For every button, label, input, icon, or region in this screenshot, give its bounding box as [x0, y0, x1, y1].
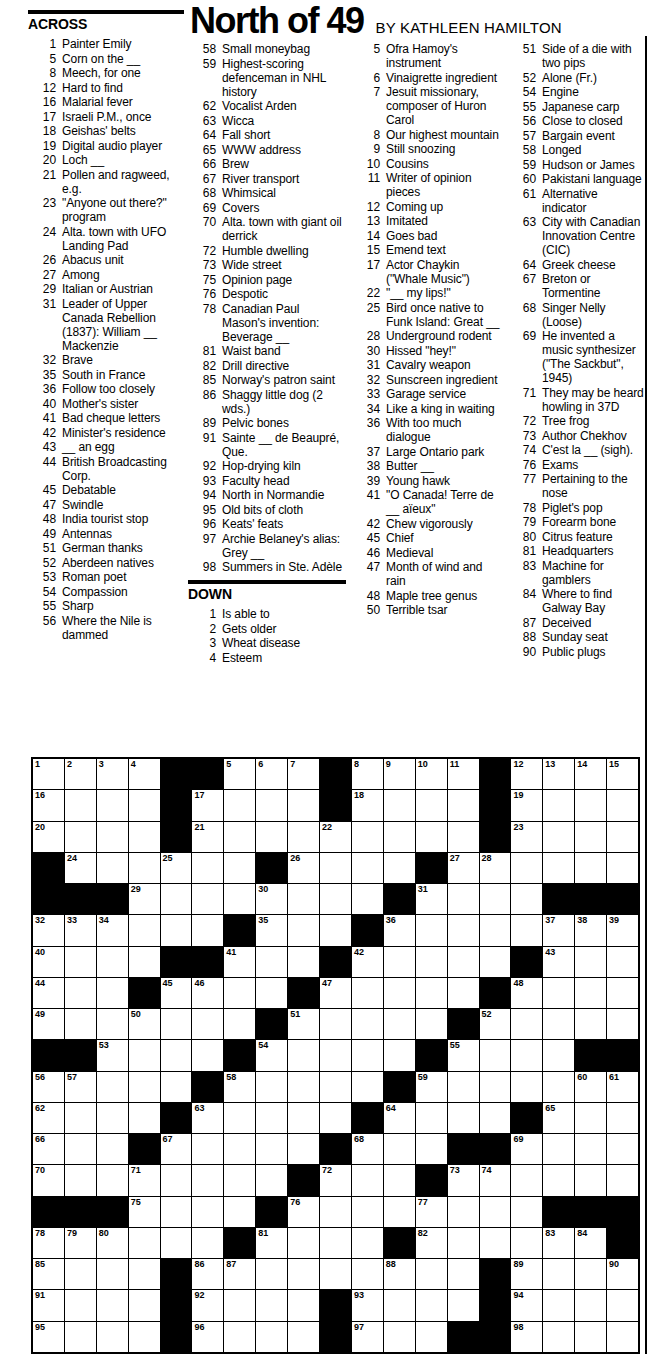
cell-r1c8[interactable]: 6: [256, 759, 287, 789]
cell-r4c10[interactable]: [320, 853, 351, 883]
cell-r16c9[interactable]: [288, 1228, 319, 1258]
cell-r6c13[interactable]: [416, 915, 447, 945]
cell-r1c1[interactable]: 1: [33, 759, 64, 789]
cell-r10c15[interactable]: [480, 1040, 511, 1070]
cell-r9c15[interactable]: 52: [480, 1009, 511, 1039]
cell-r9c13[interactable]: [416, 1009, 447, 1039]
cell-r6c18[interactable]: 38: [575, 915, 606, 945]
cell-r7c17[interactable]: 43: [543, 947, 574, 977]
cell-r7c7[interactable]: 41: [224, 947, 255, 977]
cell-r18c3[interactable]: [97, 1290, 128, 1320]
cell-r14c2[interactable]: [65, 1165, 96, 1195]
cell-r2c2[interactable]: [65, 790, 96, 820]
cell-r17c17[interactable]: [543, 1259, 574, 1289]
cell-r15c12[interactable]: [384, 1197, 415, 1227]
cell-r4c14[interactable]: 27: [448, 853, 479, 883]
cell-r4c17[interactable]: [543, 853, 574, 883]
cell-r5c9[interactable]: [288, 884, 319, 914]
cell-r12c13[interactable]: [416, 1103, 447, 1133]
cell-r3c1[interactable]: 20: [33, 822, 64, 852]
cell-r19c17[interactable]: [543, 1322, 574, 1352]
cell-r16c6[interactable]: [192, 1228, 223, 1258]
cell-r11c5[interactable]: [161, 1072, 192, 1102]
cell-r1c16[interactable]: 12: [511, 759, 542, 789]
cell-r8c8[interactable]: [256, 978, 287, 1008]
cell-r13c8[interactable]: [256, 1134, 287, 1164]
cell-r18c18[interactable]: [575, 1290, 606, 1320]
cell-r4c7[interactable]: [224, 853, 255, 883]
cell-r13c1[interactable]: 66: [33, 1134, 64, 1164]
cell-r18c2[interactable]: [65, 1290, 96, 1320]
cell-r11c7[interactable]: 58: [224, 1072, 255, 1102]
cell-r12c1[interactable]: 62: [33, 1103, 64, 1133]
cell-r19c18[interactable]: [575, 1322, 606, 1352]
cell-r12c8[interactable]: [256, 1103, 287, 1133]
cell-r2c6[interactable]: 17: [192, 790, 223, 820]
cell-r19c6[interactable]: 96: [192, 1322, 223, 1352]
cell-r7c8[interactable]: [256, 947, 287, 977]
cell-r18c11[interactable]: 93: [352, 1290, 383, 1320]
cell-r1c7[interactable]: 5: [224, 759, 255, 789]
cell-r3c10[interactable]: 22: [320, 822, 351, 852]
cell-r3c3[interactable]: [97, 822, 128, 852]
cell-r8c10[interactable]: 47: [320, 978, 351, 1008]
cell-r10c5[interactable]: [161, 1040, 192, 1070]
cell-r10c3[interactable]: 53: [97, 1040, 128, 1070]
cell-r9c12[interactable]: [384, 1009, 415, 1039]
cell-r6c17[interactable]: 37: [543, 915, 574, 945]
cell-r9c5[interactable]: [161, 1009, 192, 1039]
cell-r6c15[interactable]: [480, 915, 511, 945]
cell-r12c17[interactable]: 65: [543, 1103, 574, 1133]
cell-number: 48: [513, 978, 523, 989]
cell-r17c12[interactable]: 88: [384, 1259, 415, 1289]
cell-r9c9[interactable]: 51: [288, 1009, 319, 1039]
cell-r10c11[interactable]: [352, 1040, 383, 1070]
cell-r12c15[interactable]: [480, 1103, 511, 1133]
cell-r5c15[interactable]: [480, 884, 511, 914]
cell-r11c4[interactable]: [129, 1072, 160, 1102]
cell-r1c2[interactable]: 2: [65, 759, 96, 789]
cell-r14c19[interactable]: [607, 1165, 638, 1195]
cell-r1c19[interactable]: 15: [607, 759, 638, 789]
cell-r18c1[interactable]: 91: [33, 1290, 64, 1320]
cell-r13c6[interactable]: [192, 1134, 223, 1164]
cell-r2c4[interactable]: [129, 790, 160, 820]
cell-r3c13[interactable]: [416, 822, 447, 852]
cell-r18c8[interactable]: [256, 1290, 287, 1320]
cell-r10c4[interactable]: [129, 1040, 160, 1070]
cell-r15c11[interactable]: [352, 1197, 383, 1227]
cell-r4c3[interactable]: [97, 853, 128, 883]
cell-r17c10[interactable]: [320, 1259, 351, 1289]
cell-r16c5[interactable]: [161, 1228, 192, 1258]
cell-r4c16[interactable]: [511, 853, 542, 883]
clue-text: Emend text: [386, 243, 502, 257]
cell-r8c17[interactable]: [543, 978, 574, 1008]
cell-r9c1[interactable]: 49: [33, 1009, 64, 1039]
cell-r12c12[interactable]: 64: [384, 1103, 415, 1133]
cell-r16c17[interactable]: 83: [543, 1228, 574, 1258]
cell-r4c15[interactable]: 28: [480, 853, 511, 883]
cell-r14c3[interactable]: [97, 1165, 128, 1195]
cell-r4c6[interactable]: [192, 853, 223, 883]
cell-r17c11[interactable]: [352, 1259, 383, 1289]
cell-r15c4[interactable]: 75: [129, 1197, 160, 1227]
cell-r13c13[interactable]: [416, 1134, 447, 1164]
cell-r19c9[interactable]: [288, 1322, 319, 1352]
cell-r10c10[interactable]: [320, 1040, 351, 1070]
cell-r19c8[interactable]: [256, 1322, 287, 1352]
cell-r11c14[interactable]: [448, 1072, 479, 1102]
cell-r3c19[interactable]: [607, 822, 638, 852]
cell-r7c11[interactable]: 42: [352, 947, 383, 977]
cell-r18c9[interactable]: [288, 1290, 319, 1320]
cell-r4c19[interactable]: [607, 853, 638, 883]
cell-r14c5[interactable]: [161, 1165, 192, 1195]
cell-r16c1[interactable]: 78: [33, 1228, 64, 1258]
cell-r18c19[interactable]: [607, 1290, 638, 1320]
cell-r9c19[interactable]: [607, 1009, 638, 1039]
cell-r11c3[interactable]: [97, 1072, 128, 1102]
cell-r4c2[interactable]: 24: [65, 853, 96, 883]
cell-r11c19[interactable]: 61: [607, 1072, 638, 1102]
cell-r2c8[interactable]: [256, 790, 287, 820]
cell-r13c12[interactable]: [384, 1134, 415, 1164]
cell-r7c15[interactable]: [480, 947, 511, 977]
cell-r14c10[interactable]: 72: [320, 1165, 351, 1195]
cell-r6c6[interactable]: [192, 915, 223, 945]
cell-r9c4[interactable]: 50: [129, 1009, 160, 1039]
cell-r15c16[interactable]: [511, 1197, 542, 1227]
clue-text: Pakistani language: [542, 172, 644, 186]
cell-r9c16[interactable]: [511, 1009, 542, 1039]
cell-r12c19[interactable]: [607, 1103, 638, 1133]
cell-r19c1[interactable]: 95: [33, 1322, 64, 1352]
cell-r11c9[interactable]: [288, 1072, 319, 1102]
cell-r2c7[interactable]: [224, 790, 255, 820]
clue-across-29: 29Italian or Austrian: [28, 282, 184, 296]
cell-r11c18[interactable]: 60: [575, 1072, 606, 1102]
cell-r6c5[interactable]: [161, 915, 192, 945]
cell-r14c12[interactable]: [384, 1165, 415, 1195]
cell-r1c17[interactable]: 13: [543, 759, 574, 789]
cell-r14c7[interactable]: [224, 1165, 255, 1195]
cell-r8c18[interactable]: [575, 978, 606, 1008]
cell-r1c3[interactable]: 3: [97, 759, 128, 789]
cell-r6c12[interactable]: 36: [384, 915, 415, 945]
cell-r11c8[interactable]: [256, 1072, 287, 1102]
cell-r5c4[interactable]: 29: [129, 884, 160, 914]
cell-r8c1[interactable]: 44: [33, 978, 64, 1008]
cell-r5c6[interactable]: [192, 884, 223, 914]
cell-r7c9[interactable]: [288, 947, 319, 977]
cell-r11c1[interactable]: 56: [33, 1072, 64, 1102]
cell-r5c13[interactable]: 31: [416, 884, 447, 914]
cell-r19c11[interactable]: 97: [352, 1322, 383, 1352]
cell-r10c8[interactable]: 54: [256, 1040, 287, 1070]
cell-r3c14[interactable]: [448, 822, 479, 852]
cell-r18c6[interactable]: 92: [192, 1290, 223, 1320]
cell-r7c19[interactable]: [607, 947, 638, 977]
cell-r12c18[interactable]: [575, 1103, 606, 1133]
cell-r1c18[interactable]: 14: [575, 759, 606, 789]
cell-r16c16[interactable]: [511, 1228, 542, 1258]
cell-r17c13[interactable]: [416, 1259, 447, 1289]
cell-r1c13[interactable]: 10: [416, 759, 447, 789]
cell-r9c6[interactable]: [192, 1009, 223, 1039]
cell-r11c15[interactable]: [480, 1072, 511, 1102]
cell-r12c6[interactable]: 63: [192, 1103, 223, 1133]
cell-r6c8[interactable]: 35: [256, 915, 287, 945]
cell-r15c5[interactable]: [161, 1197, 192, 1227]
cell-r3c17[interactable]: [543, 822, 574, 852]
cell-r14c8[interactable]: [256, 1165, 287, 1195]
cell-r17c18[interactable]: [575, 1259, 606, 1289]
cell-r2c3[interactable]: [97, 790, 128, 820]
cell-r6c19[interactable]: 39: [607, 915, 638, 945]
cell-r16c13[interactable]: 82: [416, 1228, 447, 1258]
cell-r18c4[interactable]: [129, 1290, 160, 1320]
cell-r18c13[interactable]: [416, 1290, 447, 1320]
cell-r8c2[interactable]: [65, 978, 96, 1008]
cell-r14c16[interactable]: [511, 1165, 542, 1195]
cell-r2c13[interactable]: [416, 790, 447, 820]
cell-r7c12[interactable]: [384, 947, 415, 977]
cell-r1c9[interactable]: 7: [288, 759, 319, 789]
cell-r4c12[interactable]: [384, 853, 415, 883]
cell-r2c19[interactable]: [607, 790, 638, 820]
cell-r8c5[interactable]: 45: [161, 978, 192, 1008]
cell-r8c3[interactable]: [97, 978, 128, 1008]
cell-r14c14[interactable]: 73: [448, 1165, 479, 1195]
cell-r1c12[interactable]: 9: [384, 759, 415, 789]
cell-r5c11[interactable]: [352, 884, 383, 914]
cell-r8c13[interactable]: [416, 978, 447, 1008]
cell-r2c14[interactable]: [448, 790, 479, 820]
cell-r15c10[interactable]: [320, 1197, 351, 1227]
cell-r17c8[interactable]: [256, 1259, 287, 1289]
cell-r5c8[interactable]: 30: [256, 884, 287, 914]
cell-r17c2[interactable]: [65, 1259, 96, 1289]
cell-r13c9[interactable]: [288, 1134, 319, 1164]
cell-r2c18[interactable]: [575, 790, 606, 820]
cell-r8c12[interactable]: [384, 978, 415, 1008]
cell-r17c6[interactable]: 86: [192, 1259, 223, 1289]
cell-r18c16[interactable]: 94: [511, 1290, 542, 1320]
cell-r4c5[interactable]: 25: [161, 853, 192, 883]
cell-r3c8[interactable]: [256, 822, 287, 852]
cell-r16c8[interactable]: 81: [256, 1228, 287, 1258]
cell-r8c7[interactable]: [224, 978, 255, 1008]
cell-r9c10[interactable]: [320, 1009, 351, 1039]
cell-r9c7[interactable]: [224, 1009, 255, 1039]
cell-r18c14[interactable]: [448, 1290, 479, 1320]
cell-r5c14[interactable]: [448, 884, 479, 914]
cell-r6c2[interactable]: 33: [65, 915, 96, 945]
cell-r7c14[interactable]: [448, 947, 479, 977]
cell-r16c14[interactable]: [448, 1228, 479, 1258]
cell-r10c16[interactable]: [511, 1040, 542, 1070]
cell-r13c7[interactable]: [224, 1134, 255, 1164]
cell-r3c9[interactable]: [288, 822, 319, 852]
cell-r12c2[interactable]: [65, 1103, 96, 1133]
cell-r8c16[interactable]: 48: [511, 978, 542, 1008]
cell-r16c10[interactable]: [320, 1228, 351, 1258]
cell-r19c19[interactable]: [607, 1322, 638, 1352]
cell-r17c7[interactable]: 87: [224, 1259, 255, 1289]
cell-r10c6[interactable]: [192, 1040, 223, 1070]
cell-r19c13[interactable]: [416, 1322, 447, 1352]
cell-r7c4[interactable]: [129, 947, 160, 977]
clue-number: 85: [188, 373, 222, 387]
cell-r13c18[interactable]: [575, 1134, 606, 1164]
cell-r12c4[interactable]: [129, 1103, 160, 1133]
cell-r4c18[interactable]: [575, 853, 606, 883]
cell-r14c15[interactable]: 74: [480, 1165, 511, 1195]
cell-r11c13[interactable]: 59: [416, 1072, 447, 1102]
cell-r7c13[interactable]: [416, 947, 447, 977]
cell-r6c10[interactable]: [320, 915, 351, 945]
cell-r17c3[interactable]: [97, 1259, 128, 1289]
cell-r11c17[interactable]: [543, 1072, 574, 1102]
cell-r3c6[interactable]: 21: [192, 822, 223, 852]
cell-r16c18[interactable]: 84: [575, 1228, 606, 1258]
cell-r16c11[interactable]: [352, 1228, 383, 1258]
cell-r11c16[interactable]: [511, 1072, 542, 1102]
cell-r13c5[interactable]: 67: [161, 1134, 192, 1164]
cell-r17c9[interactable]: [288, 1259, 319, 1289]
cell-r6c9[interactable]: [288, 915, 319, 945]
cell-r14c11[interactable]: [352, 1165, 383, 1195]
cell-r1c11[interactable]: 8: [352, 759, 383, 789]
cell-r5c10[interactable]: [320, 884, 351, 914]
cell-r19c7[interactable]: [224, 1322, 255, 1352]
cell-r14c1[interactable]: 70: [33, 1165, 64, 1195]
cell-r19c2[interactable]: [65, 1322, 96, 1352]
cell-r10c12[interactable]: [384, 1040, 415, 1070]
cell-r14c4[interactable]: 71: [129, 1165, 160, 1195]
cell-r2c17[interactable]: [543, 790, 574, 820]
cell-r9c17[interactable]: [543, 1009, 574, 1039]
cell-r15c9[interactable]: 76: [288, 1197, 319, 1227]
cell-r17c14[interactable]: [448, 1259, 479, 1289]
cell-r3c18[interactable]: [575, 822, 606, 852]
cell-r3c12[interactable]: [384, 822, 415, 852]
cell-r6c4[interactable]: [129, 915, 160, 945]
cell-r7c18[interactable]: [575, 947, 606, 977]
cell-r19c4[interactable]: [129, 1322, 160, 1352]
cell-r15c6[interactable]: [192, 1197, 223, 1227]
cell-r8c14[interactable]: [448, 978, 479, 1008]
cell-r6c14[interactable]: [448, 915, 479, 945]
cell-r13c17[interactable]: [543, 1134, 574, 1164]
cell-r19c16[interactable]: 98: [511, 1322, 542, 1352]
cell-r2c9[interactable]: [288, 790, 319, 820]
cell-r16c3[interactable]: 80: [97, 1228, 128, 1258]
cell-r2c12[interactable]: [384, 790, 415, 820]
cell-r13c16[interactable]: 69: [511, 1134, 542, 1164]
cell-r8c19[interactable]: [607, 978, 638, 1008]
cell-r1c4[interactable]: 4: [129, 759, 160, 789]
cell-r12c7[interactable]: [224, 1103, 255, 1133]
cell-r15c7[interactable]: [224, 1197, 255, 1227]
cell-r9c3[interactable]: [97, 1009, 128, 1039]
cell-r9c11[interactable]: [352, 1009, 383, 1039]
cell-r4c11[interactable]: [352, 853, 383, 883]
cell-r17c16[interactable]: 89: [511, 1259, 542, 1289]
cell-r14c6[interactable]: [192, 1165, 223, 1195]
cell-r17c1[interactable]: 85: [33, 1259, 64, 1289]
cell-r5c7[interactable]: [224, 884, 255, 914]
cell-r4c4[interactable]: [129, 853, 160, 883]
cell-r13c19[interactable]: [607, 1134, 638, 1164]
cell-r12c9[interactable]: [288, 1103, 319, 1133]
cell-r9c18[interactable]: [575, 1009, 606, 1039]
cell-r6c16[interactable]: [511, 915, 542, 945]
cell-r3c16[interactable]: 23: [511, 822, 542, 852]
cell-r15c15[interactable]: [480, 1197, 511, 1227]
cell-r17c19[interactable]: 90: [607, 1259, 638, 1289]
cell-r12c10[interactable]: [320, 1103, 351, 1133]
cell-r16c4[interactable]: [129, 1228, 160, 1258]
cell-r7c2[interactable]: [65, 947, 96, 977]
cell-r7c3[interactable]: [97, 947, 128, 977]
cell-r3c11[interactable]: [352, 822, 383, 852]
cell-r16c2[interactable]: 79: [65, 1228, 96, 1258]
cell-r6c1[interactable]: 32: [33, 915, 64, 945]
cell-r12c14[interactable]: [448, 1103, 479, 1133]
cell-r11c2[interactable]: 57: [65, 1072, 96, 1102]
cell-r7c1[interactable]: 40: [33, 947, 64, 977]
cell-r3c2[interactable]: [65, 822, 96, 852]
cell-r14c17[interactable]: [543, 1165, 574, 1195]
cell-r11c11[interactable]: [352, 1072, 383, 1102]
cell-r5c5[interactable]: [161, 884, 192, 914]
cell-r4c9[interactable]: 26: [288, 853, 319, 883]
cell-r19c12[interactable]: [384, 1322, 415, 1352]
cell-r5c16[interactable]: [511, 884, 542, 914]
cell-r10c14[interactable]: 55: [448, 1040, 479, 1070]
cell-r15c14[interactable]: [448, 1197, 479, 1227]
cell-r8c6[interactable]: 46: [192, 978, 223, 1008]
cell-r17c4[interactable]: [129, 1259, 160, 1289]
cell-r10c9[interactable]: [288, 1040, 319, 1070]
cell-r8c11[interactable]: [352, 978, 383, 1008]
cell-r3c7[interactable]: [224, 822, 255, 852]
cell-r1c14[interactable]: 11: [448, 759, 479, 789]
cell-r2c11[interactable]: 18: [352, 790, 383, 820]
cell-r19c3[interactable]: [97, 1322, 128, 1352]
cell-r18c17[interactable]: [543, 1290, 574, 1320]
cell-r3c4[interactable]: [129, 822, 160, 852]
cell-r12c3[interactable]: [97, 1103, 128, 1133]
cell-r13c11[interactable]: 68: [352, 1134, 383, 1164]
cell-r14c18[interactable]: [575, 1165, 606, 1195]
cell-r16c15[interactable]: [480, 1228, 511, 1258]
cell-r15c13[interactable]: 77: [416, 1197, 447, 1227]
cell-r13c3[interactable]: [97, 1134, 128, 1164]
cell-r13c2[interactable]: [65, 1134, 96, 1164]
cell-r10c17[interactable]: [543, 1040, 574, 1070]
cell-r18c12[interactable]: [384, 1290, 415, 1320]
cell-r11c10[interactable]: [320, 1072, 351, 1102]
cell-r6c3[interactable]: 34: [97, 915, 128, 945]
cell-r2c16[interactable]: 19: [511, 790, 542, 820]
cell-r9c2[interactable]: [65, 1009, 96, 1039]
cell-r18c7[interactable]: [224, 1290, 255, 1320]
cell-r2c1[interactable]: 16: [33, 790, 64, 820]
